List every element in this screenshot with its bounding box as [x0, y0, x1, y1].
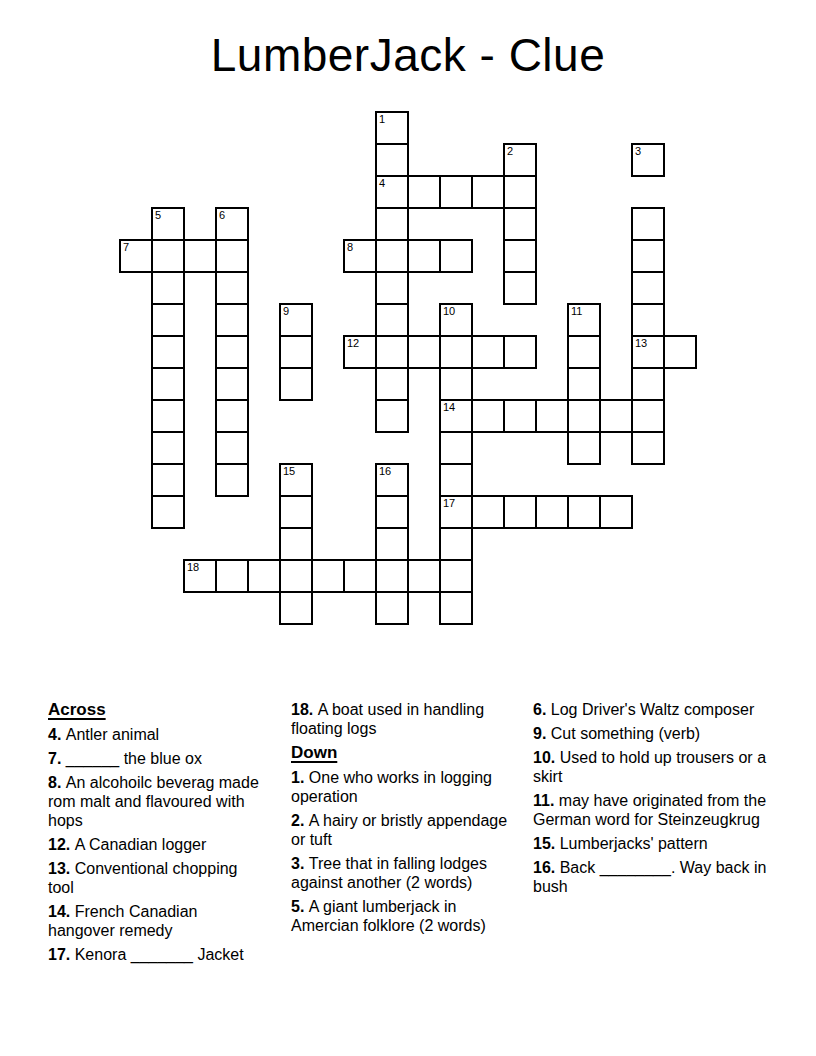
crossword-grid: 123456789101112131415161718 [119, 111, 699, 627]
grid-cell-r8c8[interactable] [375, 367, 409, 401]
grid-cell-r9c16[interactable] [631, 399, 665, 433]
grid-cell-r2c11[interactable] [471, 175, 505, 209]
grid-cell-r14c5[interactable] [279, 559, 313, 593]
cell-number-7: 7 [123, 241, 129, 254]
clue-number: 16. [533, 859, 560, 876]
grid-cell-r7c3[interactable] [215, 335, 249, 369]
grid-cell-r2c10[interactable] [439, 175, 473, 209]
grid-cell-r12c15[interactable] [599, 495, 633, 529]
clue-number: 5. [291, 898, 309, 915]
clue-down-2: 2. A hairy or bristly appendage or tuft [291, 811, 519, 849]
grid-cell-r6c3[interactable] [215, 303, 249, 337]
grid-cell-r5c12[interactable] [503, 271, 537, 305]
grid-cell-r14c8[interactable] [375, 559, 409, 593]
clue-down-10: 10. Used to hold up trousers or a skirt [533, 748, 773, 786]
clue-column-3: 6. Log Driver's Waltz composer9. Cut som… [533, 700, 773, 901]
grid-cell-r1c16[interactable]: 3 [631, 143, 665, 177]
across-header: Across [48, 700, 266, 719]
grid-cell-r9c8[interactable] [375, 399, 409, 433]
grid-cell-r7c8[interactable] [375, 335, 409, 369]
grid-cell-r9c12[interactable] [503, 399, 537, 433]
clue-down-15: 15. Lumberjacks' pattern [533, 834, 773, 853]
clue-down-1: 1. One who works in logging operation [291, 768, 519, 806]
cell-number-2: 2 [507, 145, 513, 158]
grid-cell-r15c10[interactable] [439, 591, 473, 625]
clue-across-13: 13. Conventional chopping tool [48, 859, 266, 897]
grid-cell-r4c16[interactable] [631, 239, 665, 273]
grid-cell-r6c1[interactable] [151, 303, 185, 337]
grid-cell-r12c1[interactable] [151, 495, 185, 529]
grid-cell-r9c13[interactable] [535, 399, 569, 433]
clue-column-1: Across4. Antler animal7. ______ the blue… [48, 700, 266, 969]
cell-number-4: 4 [379, 177, 385, 190]
clue-number: 12. [48, 836, 75, 853]
grid-cell-r14c3[interactable] [215, 559, 249, 593]
grid-cell-r3c12[interactable] [503, 207, 537, 241]
grid-cell-r8c1[interactable] [151, 367, 185, 401]
grid-cell-r4c7[interactable]: 8 [343, 239, 377, 273]
cell-number-15: 15 [283, 465, 295, 478]
clue-number: 8. [48, 774, 66, 791]
clue-across-18: 18. A boat used in handling floating log… [291, 700, 519, 738]
grid-cell-r12c8[interactable] [375, 495, 409, 529]
clue-number: 3. [291, 855, 309, 872]
clue-number: 15. [533, 835, 560, 852]
grid-cell-r5c1[interactable] [151, 271, 185, 305]
clue-across-4: 4. Antler animal [48, 725, 266, 744]
clue-across-17: 17. Kenora _______ Jacket [48, 945, 266, 964]
grid-cell-r12c10[interactable]: 17 [439, 495, 473, 529]
clue-down-3: 3. Tree that in falling lodges against a… [291, 854, 519, 892]
clue-number: 9. [533, 725, 551, 742]
grid-cell-r8c14[interactable] [567, 367, 601, 401]
grid-cell-r14c2[interactable]: 18 [183, 559, 217, 593]
grid-cell-r4c0[interactable]: 7 [119, 239, 153, 273]
grid-cell-r11c5[interactable]: 15 [279, 463, 313, 497]
grid-cell-r14c7[interactable] [343, 559, 377, 593]
clue-number: 10. [533, 749, 560, 766]
cell-number-9: 9 [283, 305, 289, 318]
grid-cell-r12c12[interactable] [503, 495, 537, 529]
clue-number: 4. [48, 726, 66, 743]
grid-cell-r11c3[interactable] [215, 463, 249, 497]
grid-cell-r9c11[interactable] [471, 399, 505, 433]
grid-cell-r6c16[interactable] [631, 303, 665, 337]
grid-cell-r7c17[interactable] [663, 335, 697, 369]
cell-number-11: 11 [571, 305, 582, 318]
cell-number-6: 6 [219, 209, 225, 222]
grid-cell-r7c14[interactable] [567, 335, 601, 369]
clue-number: 1. [291, 769, 309, 786]
grid-cell-r12c13[interactable] [535, 495, 569, 529]
clue-number: 13. [48, 860, 75, 877]
grid-cell-r14c9[interactable] [407, 559, 441, 593]
clue-number: 18. [291, 701, 318, 718]
grid-cell-r4c10[interactable] [439, 239, 473, 273]
grid-cell-r8c16[interactable] [631, 367, 665, 401]
down-header: Down [291, 743, 519, 762]
cell-number-14: 14 [443, 401, 455, 414]
grid-cell-r3c16[interactable] [631, 207, 665, 241]
grid-cell-r13c10[interactable] [439, 527, 473, 561]
grid-cell-r6c10[interactable]: 10 [439, 303, 473, 337]
grid-cell-r2c8[interactable]: 4 [375, 175, 409, 209]
grid-cell-r7c16[interactable]: 13 [631, 335, 665, 369]
grid-cell-r10c14[interactable] [567, 431, 601, 465]
grid-cell-r13c5[interactable] [279, 527, 313, 561]
clue-number: 7. [48, 750, 66, 767]
grid-cell-r3c8[interactable] [375, 207, 409, 241]
grid-cell-r9c10[interactable]: 14 [439, 399, 473, 433]
grid-cell-r2c12[interactable] [503, 175, 537, 209]
grid-cell-r12c5[interactable] [279, 495, 313, 529]
grid-cell-r11c1[interactable] [151, 463, 185, 497]
grid-cell-r12c11[interactable] [471, 495, 505, 529]
grid-cell-r1c12[interactable]: 2 [503, 143, 537, 177]
grid-cell-r7c5[interactable] [279, 335, 313, 369]
grid-cell-r3c3[interactable]: 6 [215, 207, 249, 241]
grid-cell-r9c3[interactable] [215, 399, 249, 433]
clue-across-7: 7. ______ the blue ox [48, 749, 266, 768]
clue-down-16: 16. Back ________. Way back in bush [533, 858, 773, 896]
cell-number-13: 13 [635, 337, 647, 350]
grid-cell-r4c1[interactable] [151, 239, 185, 273]
clue-across-14: 14. French Canadian hangover remedy [48, 902, 266, 940]
grid-cell-r6c14[interactable]: 11 [567, 303, 601, 337]
grid-cell-r5c8[interactable] [375, 271, 409, 305]
clue-number: 14. [48, 903, 75, 920]
grid-cell-r4c12[interactable] [503, 239, 537, 273]
puzzle-title: LumberJack - Clue [0, 28, 816, 82]
clue-down-11: 11. may have originated from the German … [533, 791, 773, 829]
cell-number-1: 1 [379, 113, 385, 126]
grid-cell-r7c12[interactable] [503, 335, 537, 369]
grid-cell-r10c1[interactable] [151, 431, 185, 465]
clue-down-9: 9. Cut something (verb) [533, 724, 773, 743]
clue-number: 2. [291, 812, 309, 829]
cell-number-17: 17 [443, 497, 455, 510]
cell-number-16: 16 [379, 465, 391, 478]
grid-cell-r6c5[interactable]: 9 [279, 303, 313, 337]
clue-number: 17. [48, 946, 75, 963]
grid-cell-r11c10[interactable] [439, 463, 473, 497]
grid-cell-r14c10[interactable] [439, 559, 473, 593]
grid-cell-r10c3[interactable] [215, 431, 249, 465]
grid-cell-r14c4[interactable] [247, 559, 281, 593]
cell-number-18: 18 [187, 561, 199, 574]
cell-number-5: 5 [155, 209, 161, 222]
grid-cell-r7c10[interactable] [439, 335, 473, 369]
grid-cell-r9c14[interactable] [567, 399, 601, 433]
cell-number-12: 12 [347, 337, 359, 350]
grid-cell-r7c11[interactable] [471, 335, 505, 369]
grid-cell-r13c8[interactable] [375, 527, 409, 561]
clue-across-8: 8. An alcohoilc beverag made rom malt an… [48, 773, 266, 830]
puzzle-page: LumberJack - Clue 1234567891011121314151… [0, 0, 816, 1056]
grid-cell-r7c1[interactable] [151, 335, 185, 369]
clue-number: 6. [533, 701, 551, 718]
cell-number-10: 10 [443, 305, 455, 318]
grid-cell-r4c8[interactable] [375, 239, 409, 273]
grid-cell-r7c7[interactable]: 12 [343, 335, 377, 369]
grid-cell-r9c1[interactable] [151, 399, 185, 433]
grid-cell-r12c14[interactable] [567, 495, 601, 529]
grid-cell-r9c15[interactable] [599, 399, 633, 433]
grid-cell-r7c9[interactable] [407, 335, 441, 369]
grid-cell-r5c16[interactable] [631, 271, 665, 305]
grid-cell-r14c6[interactable] [311, 559, 345, 593]
grid-cell-r10c10[interactable] [439, 431, 473, 465]
cell-number-8: 8 [347, 241, 353, 254]
grid-cell-r4c3[interactable] [215, 239, 249, 273]
grid-cell-r8c3[interactable] [215, 367, 249, 401]
grid-cell-r4c2[interactable] [183, 239, 217, 273]
grid-cell-r1c8[interactable] [375, 143, 409, 177]
cell-number-3: 3 [635, 145, 641, 158]
grid-cell-r15c8[interactable] [375, 591, 409, 625]
clue-down-6: 6. Log Driver's Waltz composer [533, 700, 773, 719]
grid-cell-r5c3[interactable] [215, 271, 249, 305]
clue-across-12: 12. A Canadian logger [48, 835, 266, 854]
grid-cell-r10c16[interactable] [631, 431, 665, 465]
clue-down-5: 5. A giant lumberjack in Amercian folklo… [291, 897, 519, 935]
grid-cell-r8c5[interactable] [279, 367, 313, 401]
grid-cell-r15c5[interactable] [279, 591, 313, 625]
clue-column-2: 18. A boat used in handling floating log… [291, 700, 519, 940]
grid-cell-r3c1[interactable]: 5 [151, 207, 185, 241]
grid-cell-r11c8[interactable]: 16 [375, 463, 409, 497]
grid-cell-r6c8[interactable] [375, 303, 409, 337]
grid-cell-r8c10[interactable] [439, 367, 473, 401]
clue-number: 11. [533, 792, 559, 809]
grid-cell-r2c9[interactable] [407, 175, 441, 209]
grid-cell-r4c9[interactable] [407, 239, 441, 273]
grid-cell-r0c8[interactable]: 1 [375, 111, 409, 145]
